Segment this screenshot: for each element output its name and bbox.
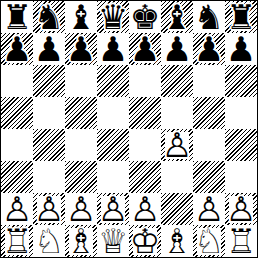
black-knight-glyph: ♞ [193,1,225,33]
square-h8[interactable]: ♜ [225,1,257,33]
square-g1[interactable]: ♞♘ [193,225,225,257]
square-b4[interactable] [33,129,65,161]
white-rook-piece[interactable]: ♜♖ [1,225,33,257]
black-knight-glyph: ♞ [33,1,65,33]
square-b3[interactable] [33,161,65,193]
square-g3[interactable] [193,161,225,193]
square-h4[interactable] [225,129,257,161]
square-a7[interactable]: ♟ [1,33,33,65]
white-pawn-glyph: ♟ [33,193,65,225]
black-bishop-glyph: ♝ [65,1,97,33]
square-c4[interactable] [65,129,97,161]
black-pawn-piece[interactable]: ♟ [33,33,65,65]
black-rook-piece[interactable]: ♜ [225,1,257,33]
black-rook-glyph: ♜ [1,1,33,33]
square-d6[interactable] [97,65,129,97]
square-f7[interactable]: ♟ [161,33,193,65]
black-pawn-piece[interactable]: ♟ [129,33,161,65]
white-knight-piece[interactable]: ♞♘ [33,225,65,257]
white-bishop-outline: ♗ [65,225,97,257]
chess-board: ♜♞♝♛♚♝♞♜♟♟♟♟♟♟♟♟♟♙♟♙♟♙♟♙♟♙♟♙♟♙♟♙♜♖♞♘♝♗♛♕… [0,0,258,258]
square-c5[interactable] [65,97,97,129]
black-pawn-piece[interactable]: ♟ [97,33,129,65]
square-a4[interactable] [1,129,33,161]
black-pawn-glyph: ♟ [1,33,33,65]
white-knight-outline: ♘ [33,225,65,257]
white-pawn-outline: ♙ [97,193,129,225]
square-d3[interactable] [97,161,129,193]
white-pawn-outline: ♙ [129,193,161,225]
white-knight-piece[interactable]: ♞♘ [193,225,225,257]
black-pawn-piece[interactable]: ♟ [1,33,33,65]
white-bishop-glyph: ♝ [65,225,97,257]
square-g4[interactable] [193,129,225,161]
white-pawn-glyph: ♟ [193,193,225,225]
black-pawn-piece[interactable]: ♟ [193,33,225,65]
square-h5[interactable] [225,97,257,129]
white-bishop-glyph: ♝ [161,225,193,257]
square-d5[interactable] [97,97,129,129]
white-pawn-outline: ♙ [161,129,193,161]
square-c1[interactable]: ♝♗ [65,225,97,257]
square-f4[interactable]: ♟♙ [161,129,193,161]
black-pawn-piece[interactable]: ♟ [161,33,193,65]
white-queen-glyph: ♛ [97,225,129,257]
square-e8[interactable]: ♚ [129,1,161,33]
black-pawn-glyph: ♟ [33,33,65,65]
black-bishop-piece[interactable]: ♝ [65,1,97,33]
square-e3[interactable] [129,161,161,193]
square-d2[interactable]: ♟♙ [97,193,129,225]
white-knight-glyph: ♞ [33,225,65,257]
white-bishop-outline: ♗ [161,225,193,257]
square-g7[interactable]: ♟ [193,33,225,65]
square-e1[interactable]: ♚♔ [129,225,161,257]
square-c6[interactable] [65,65,97,97]
square-h2[interactable]: ♟♙ [225,193,257,225]
white-bishop-piece[interactable]: ♝♗ [65,225,97,257]
white-pawn-piece[interactable]: ♟♙ [1,193,33,225]
square-a6[interactable] [1,65,33,97]
square-b8[interactable]: ♞ [33,1,65,33]
black-pawn-piece[interactable]: ♟ [65,33,97,65]
white-pawn-piece[interactable]: ♟♙ [161,129,193,161]
black-bishop-piece[interactable]: ♝ [161,1,193,33]
square-h7[interactable]: ♟ [225,33,257,65]
black-pawn-glyph: ♟ [97,33,129,65]
square-h6[interactable] [225,65,257,97]
square-f3[interactable] [161,161,193,193]
white-pawn-glyph: ♟ [129,193,161,225]
white-pawn-outline: ♙ [65,193,97,225]
square-c2[interactable]: ♟♙ [65,193,97,225]
black-pawn-piece[interactable]: ♟ [225,33,257,65]
white-pawn-piece[interactable]: ♟♙ [225,193,257,225]
square-b7[interactable]: ♟ [33,33,65,65]
black-bishop-glyph: ♝ [161,1,193,33]
white-pawn-piece[interactable]: ♟♙ [97,193,129,225]
square-a3[interactable] [1,161,33,193]
white-pawn-piece[interactable]: ♟♙ [65,193,97,225]
white-king-piece[interactable]: ♚♔ [129,225,161,257]
square-e7[interactable]: ♟ [129,33,161,65]
square-h1[interactable]: ♜♖ [225,225,257,257]
square-g8[interactable]: ♞ [193,1,225,33]
square-c8[interactable]: ♝ [65,1,97,33]
white-king-outline: ♔ [129,225,161,257]
black-pawn-glyph: ♟ [193,33,225,65]
white-pawn-piece[interactable]: ♟♙ [129,193,161,225]
white-rook-outline: ♖ [1,225,33,257]
square-f6[interactable] [161,65,193,97]
square-c7[interactable]: ♟ [65,33,97,65]
black-pawn-glyph: ♟ [65,33,97,65]
square-g2[interactable]: ♟♙ [193,193,225,225]
square-e6[interactable] [129,65,161,97]
square-d8[interactable]: ♛ [97,1,129,33]
square-b5[interactable] [33,97,65,129]
square-d1[interactable]: ♛♕ [97,225,129,257]
white-rook-glyph: ♜ [1,225,33,257]
square-d7[interactable]: ♟ [97,33,129,65]
white-bishop-piece[interactable]: ♝♗ [161,225,193,257]
white-knight-glyph: ♞ [193,225,225,257]
white-pawn-outline: ♙ [1,193,33,225]
black-knight-piece[interactable]: ♞ [33,1,65,33]
square-e2[interactable]: ♟♙ [129,193,161,225]
square-b6[interactable] [33,65,65,97]
square-g6[interactable] [193,65,225,97]
white-pawn-glyph: ♟ [225,193,257,225]
white-pawn-outline: ♙ [33,193,65,225]
square-a2[interactable]: ♟♙ [1,193,33,225]
square-f2[interactable] [161,193,193,225]
square-a5[interactable] [1,97,33,129]
white-pawn-outline: ♙ [193,193,225,225]
square-f5[interactable] [161,97,193,129]
square-e5[interactable] [129,97,161,129]
white-rook-piece[interactable]: ♜♖ [225,225,257,257]
white-pawn-glyph: ♟ [1,193,33,225]
black-pawn-glyph: ♟ [161,33,193,65]
square-h3[interactable] [225,161,257,193]
black-knight-piece[interactable]: ♞ [193,1,225,33]
white-pawn-glyph: ♟ [161,129,193,161]
white-rook-glyph: ♜ [225,225,257,257]
square-f1[interactable]: ♝♗ [161,225,193,257]
white-rook-outline: ♖ [225,225,257,257]
square-e4[interactable] [129,129,161,161]
black-king-piece[interactable]: ♚ [129,1,161,33]
black-pawn-glyph: ♟ [129,33,161,65]
white-king-glyph: ♚ [129,225,161,257]
white-knight-outline: ♘ [193,225,225,257]
white-pawn-piece[interactable]: ♟♙ [193,193,225,225]
square-b2[interactable]: ♟♙ [33,193,65,225]
square-f8[interactable]: ♝ [161,1,193,33]
black-pawn-glyph: ♟ [225,33,257,65]
white-pawn-glyph: ♟ [97,193,129,225]
white-pawn-glyph: ♟ [65,193,97,225]
black-queen-glyph: ♛ [97,1,129,33]
square-c3[interactable] [65,161,97,193]
white-queen-outline: ♕ [97,225,129,257]
white-pawn-outline: ♙ [225,193,257,225]
black-queen-piece[interactable]: ♛ [97,1,129,33]
black-rook-glyph: ♜ [225,1,257,33]
square-g5[interactable] [193,97,225,129]
chess-diagram: ♜♞♝♛♚♝♞♜♟♟♟♟♟♟♟♟♟♙♟♙♟♙♟♙♟♙♟♙♟♙♟♙♜♖♞♘♝♗♛♕… [0,0,258,258]
square-a1[interactable]: ♜♖ [1,225,33,257]
black-rook-piece[interactable]: ♜ [1,1,33,33]
square-a8[interactable]: ♜ [1,1,33,33]
white-pawn-piece[interactable]: ♟♙ [33,193,65,225]
square-d4[interactable] [97,129,129,161]
black-king-glyph: ♚ [129,1,161,33]
square-b1[interactable]: ♞♘ [33,225,65,257]
white-queen-piece[interactable]: ♛♕ [97,225,129,257]
